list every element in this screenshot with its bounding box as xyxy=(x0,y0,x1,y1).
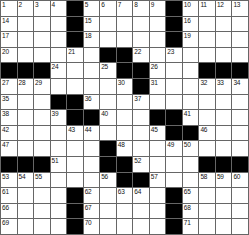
letter-cell[interactable]: 17 xyxy=(1,32,17,47)
black-cell xyxy=(166,126,182,141)
letter-cell[interactable]: 49 xyxy=(166,141,182,156)
letter-cell[interactable]: 29 xyxy=(34,79,50,94)
letter-cell[interactable]: 65 xyxy=(183,188,199,203)
clue-number: 42 xyxy=(2,126,9,133)
letter-cell[interactable] xyxy=(216,32,232,47)
black-cell xyxy=(117,63,133,78)
black-cell xyxy=(133,63,149,78)
letter-cell[interactable] xyxy=(51,32,67,47)
clue-number: 55 xyxy=(35,173,42,180)
letter-cell[interactable] xyxy=(133,110,149,125)
letter-cell[interactable]: 16 xyxy=(183,17,199,32)
letter-cell[interactable] xyxy=(84,141,100,156)
letter-cell[interactable] xyxy=(84,48,100,63)
letter-cell[interactable]: 24 xyxy=(51,63,67,78)
letter-cell[interactable]: 19 xyxy=(183,32,199,47)
letter-cell[interactable] xyxy=(199,32,215,47)
letter-cell[interactable] xyxy=(18,95,34,110)
black-cell xyxy=(133,79,149,94)
letter-cell[interactable] xyxy=(183,79,199,94)
letter-cell[interactable] xyxy=(100,219,116,234)
black-cell xyxy=(51,95,67,110)
letter-cell[interactable]: 61 xyxy=(1,188,17,203)
clue-number: 20 xyxy=(2,48,9,55)
letter-cell[interactable] xyxy=(34,110,50,125)
clue-number: 47 xyxy=(2,141,9,148)
letter-cell[interactable] xyxy=(199,204,215,219)
letter-cell[interactable] xyxy=(199,48,215,63)
letter-cell[interactable]: 30 xyxy=(117,79,133,94)
clue-number: 27 xyxy=(2,79,9,86)
crossword-board: 1234567891011121314151617181920212223242… xyxy=(0,0,249,235)
clue-number: 58 xyxy=(200,173,207,180)
letter-cell[interactable] xyxy=(117,95,133,110)
black-cell xyxy=(166,1,182,16)
letter-cell[interactable]: 67 xyxy=(84,204,100,219)
letter-cell[interactable]: 51 xyxy=(51,157,67,172)
black-cell xyxy=(166,110,182,125)
letter-cell[interactable]: 47 xyxy=(1,141,17,156)
letter-cell[interactable]: 62 xyxy=(84,188,100,203)
letter-cell[interactable] xyxy=(183,157,199,172)
letter-cell[interactable]: 69 xyxy=(1,219,17,234)
clue-number: 11 xyxy=(200,1,206,8)
black-cell xyxy=(67,219,83,234)
clue-number: 31 xyxy=(151,79,158,86)
letter-cell[interactable] xyxy=(34,95,50,110)
letter-cell[interactable]: 42 xyxy=(1,126,17,141)
black-cell xyxy=(100,48,116,63)
clue-number: 8 xyxy=(134,1,137,8)
clue-number: 36 xyxy=(85,95,92,102)
letter-cell[interactable] xyxy=(18,126,34,141)
letter-cell[interactable] xyxy=(100,126,116,141)
black-cell xyxy=(133,173,149,188)
letter-cell[interactable] xyxy=(199,188,215,203)
letter-cell[interactable]: 18 xyxy=(84,32,100,47)
letter-cell[interactable] xyxy=(150,95,166,110)
letter-cell[interactable] xyxy=(117,110,133,125)
letter-cell[interactable]: 36 xyxy=(84,95,100,110)
letter-cell[interactable]: 27 xyxy=(1,79,17,94)
letter-cell[interactable]: 4 xyxy=(51,1,67,16)
letter-cell[interactable] xyxy=(51,219,67,234)
black-cell xyxy=(166,17,182,32)
clue-number: 46 xyxy=(200,126,207,133)
clue-number: 16 xyxy=(184,17,191,24)
letter-cell[interactable]: 12 xyxy=(216,1,232,16)
letter-cell[interactable]: 11 xyxy=(199,1,215,16)
letter-cell[interactable]: 44 xyxy=(84,126,100,141)
clue-number: 9 xyxy=(151,1,154,8)
letter-cell[interactable]: 38 xyxy=(1,110,17,125)
letter-cell[interactable] xyxy=(199,141,215,156)
letter-cell[interactable]: 59 xyxy=(216,173,232,188)
letter-cell[interactable] xyxy=(84,63,100,78)
black-cell xyxy=(1,157,17,172)
letter-cell[interactable]: 22 xyxy=(133,48,149,63)
black-cell xyxy=(18,157,34,172)
letter-cell[interactable] xyxy=(216,17,232,32)
letter-cell[interactable] xyxy=(51,126,67,141)
letter-cell[interactable] xyxy=(18,219,34,234)
letter-cell[interactable]: 50 xyxy=(183,141,199,156)
letter-cell[interactable] xyxy=(166,95,182,110)
letter-cell[interactable] xyxy=(133,17,149,32)
clue-number: 39 xyxy=(52,110,59,117)
letter-cell[interactable] xyxy=(18,141,34,156)
letter-cell[interactable]: 66 xyxy=(1,204,17,219)
black-cell xyxy=(67,95,83,110)
letter-cell[interactable]: 55 xyxy=(34,173,50,188)
letter-cell[interactable] xyxy=(100,17,116,32)
letter-cell[interactable] xyxy=(18,110,34,125)
letter-cell[interactable] xyxy=(51,17,67,32)
clue-number: 28 xyxy=(19,79,26,86)
letter-cell[interactable]: 21 xyxy=(67,48,83,63)
clue-number: 6 xyxy=(101,1,104,8)
letter-cell[interactable]: 60 xyxy=(232,173,248,188)
clue-number: 5 xyxy=(85,1,88,8)
letter-cell[interactable]: 28 xyxy=(18,79,34,94)
letter-cell[interactable]: 32 xyxy=(199,79,215,94)
clue-number: 62 xyxy=(85,188,92,195)
clue-number: 69 xyxy=(2,219,9,226)
black-cell xyxy=(216,157,232,172)
letter-cell[interactable] xyxy=(67,141,83,156)
letter-cell[interactable] xyxy=(18,32,34,47)
letter-cell[interactable]: 20 xyxy=(1,48,17,63)
letter-cell[interactable]: 41 xyxy=(183,110,199,125)
letter-cell[interactable]: 39 xyxy=(51,110,67,125)
letter-cell[interactable] xyxy=(100,32,116,47)
letter-cell[interactable]: 7 xyxy=(117,1,133,16)
letter-cell[interactable]: 33 xyxy=(216,79,232,94)
letter-cell[interactable] xyxy=(232,32,248,47)
letter-cell[interactable] xyxy=(51,204,67,219)
letter-cell[interactable]: 52 xyxy=(133,157,149,172)
letter-cell[interactable]: 15 xyxy=(84,17,100,32)
letter-cell[interactable]: 26 xyxy=(150,63,166,78)
letter-cell[interactable] xyxy=(199,110,215,125)
letter-cell[interactable] xyxy=(166,63,182,78)
letter-cell[interactable] xyxy=(34,219,50,234)
letter-cell[interactable] xyxy=(100,188,116,203)
clue-number: 4 xyxy=(52,1,55,8)
letter-cell[interactable]: 2 xyxy=(18,1,34,16)
letter-cell[interactable] xyxy=(232,188,248,203)
letter-cell[interactable]: 58 xyxy=(199,173,215,188)
clue-number: 40 xyxy=(101,110,108,117)
letter-cell[interactable] xyxy=(232,204,248,219)
letter-cell[interactable]: 3 xyxy=(34,1,50,16)
clue-number: 51 xyxy=(52,157,59,164)
letter-cell[interactable] xyxy=(183,48,199,63)
clue-number: 13 xyxy=(233,1,240,8)
letter-cell[interactable]: 40 xyxy=(100,110,116,125)
letter-cell[interactable] xyxy=(216,48,232,63)
clue-number: 43 xyxy=(68,126,75,133)
letter-cell[interactable] xyxy=(34,141,50,156)
letter-cell[interactable] xyxy=(216,188,232,203)
clue-number: 15 xyxy=(85,17,92,24)
clue-number: 71 xyxy=(184,219,191,226)
clue-number: 19 xyxy=(184,32,191,39)
letter-cell[interactable] xyxy=(150,157,166,172)
letter-cell[interactable] xyxy=(117,219,133,234)
letter-cell[interactable]: 46 xyxy=(199,126,215,141)
letter-cell[interactable] xyxy=(84,157,100,172)
letter-cell[interactable] xyxy=(67,63,83,78)
letter-cell[interactable] xyxy=(216,141,232,156)
black-cell xyxy=(117,48,133,63)
clue-number: 33 xyxy=(217,79,224,86)
letter-cell[interactable] xyxy=(166,79,182,94)
letter-cell[interactable]: 25 xyxy=(100,63,116,78)
letter-cell[interactable] xyxy=(216,204,232,219)
clue-number: 25 xyxy=(101,63,108,70)
clue-number: 38 xyxy=(2,110,9,117)
letter-cell[interactable] xyxy=(84,173,100,188)
clue-number: 54 xyxy=(19,173,26,180)
letter-cell[interactable] xyxy=(150,48,166,63)
letter-cell[interactable]: 8 xyxy=(133,1,149,16)
letter-cell[interactable] xyxy=(51,48,67,63)
letter-cell[interactable]: 56 xyxy=(100,173,116,188)
letter-cell[interactable] xyxy=(150,32,166,47)
clue-number: 70 xyxy=(85,219,92,226)
clue-number: 26 xyxy=(151,63,158,70)
letter-cell[interactable] xyxy=(150,204,166,219)
clue-number: 35 xyxy=(2,95,9,102)
clue-number: 45 xyxy=(151,126,158,133)
clue-number: 50 xyxy=(184,141,191,148)
clue-number: 67 xyxy=(85,204,92,211)
letter-cell[interactable] xyxy=(117,32,133,47)
black-cell xyxy=(199,63,215,78)
letter-cell[interactable]: 48 xyxy=(117,141,133,156)
letter-cell[interactable] xyxy=(166,173,182,188)
letter-cell[interactable]: 9 xyxy=(150,1,166,16)
letter-cell[interactable] xyxy=(117,126,133,141)
black-cell xyxy=(67,110,83,125)
letter-cell[interactable] xyxy=(232,17,248,32)
letter-cell[interactable]: 71 xyxy=(183,219,199,234)
clue-number: 52 xyxy=(134,157,141,164)
clue-number: 29 xyxy=(35,79,42,86)
letter-cell[interactable] xyxy=(133,141,149,156)
black-cell xyxy=(232,63,248,78)
clue-number: 53 xyxy=(2,173,9,180)
letter-cell[interactable]: 53 xyxy=(1,173,17,188)
letter-cell[interactable]: 68 xyxy=(183,204,199,219)
black-cell xyxy=(166,32,182,47)
letter-cell[interactable] xyxy=(232,126,248,141)
black-cell xyxy=(216,63,232,78)
letter-cell[interactable] xyxy=(67,79,83,94)
letter-cell[interactable] xyxy=(166,157,182,172)
black-cell xyxy=(84,110,100,125)
letter-cell[interactable] xyxy=(34,17,50,32)
letter-cell[interactable]: 37 xyxy=(133,95,149,110)
letter-cell[interactable] xyxy=(117,17,133,32)
clue-number: 66 xyxy=(2,204,9,211)
letter-cell[interactable] xyxy=(216,110,232,125)
black-cell xyxy=(183,126,199,141)
letter-cell[interactable] xyxy=(117,204,133,219)
clue-number: 57 xyxy=(151,173,158,180)
letter-cell[interactable] xyxy=(34,32,50,47)
clue-number: 32 xyxy=(200,79,207,86)
letter-cell[interactable] xyxy=(34,48,50,63)
letter-cell[interactable] xyxy=(216,95,232,110)
clue-number: 21 xyxy=(68,48,75,55)
clue-number: 63 xyxy=(118,188,125,195)
letter-cell[interactable] xyxy=(18,204,34,219)
black-cell xyxy=(67,1,83,16)
letter-cell[interactable] xyxy=(216,219,232,234)
letter-cell[interactable] xyxy=(232,95,248,110)
letter-cell[interactable] xyxy=(84,79,100,94)
letter-cell[interactable] xyxy=(150,141,166,156)
clue-number: 41 xyxy=(184,110,191,117)
clue-number: 44 xyxy=(85,126,92,133)
clue-number: 34 xyxy=(233,79,240,86)
black-cell xyxy=(67,32,83,47)
letter-cell[interactable] xyxy=(232,141,248,156)
black-cell xyxy=(150,110,166,125)
letter-cell[interactable] xyxy=(34,126,50,141)
clue-number: 24 xyxy=(52,63,59,70)
clue-number: 3 xyxy=(35,1,38,8)
black-cell xyxy=(166,204,182,219)
black-cell xyxy=(117,157,133,172)
clue-number: 65 xyxy=(184,188,191,195)
clue-number: 1 xyxy=(2,1,5,8)
letter-cell[interactable]: 70 xyxy=(84,219,100,234)
letter-cell[interactable]: 31 xyxy=(150,79,166,94)
letter-cell[interactable] xyxy=(199,17,215,32)
clue-number: 64 xyxy=(134,188,141,195)
black-cell xyxy=(199,157,215,172)
crossword-grid: 1234567891011121314151617181920212223242… xyxy=(0,0,249,235)
black-cell xyxy=(34,157,50,172)
black-cell xyxy=(67,204,83,219)
letter-cell[interactable]: 45 xyxy=(150,126,166,141)
letter-cell[interactable]: 64 xyxy=(133,188,149,203)
letter-cell[interactable]: 14 xyxy=(1,17,17,32)
black-cell xyxy=(166,219,182,234)
clue-number: 48 xyxy=(118,141,125,148)
letter-cell[interactable] xyxy=(100,204,116,219)
letter-cell[interactable]: 54 xyxy=(18,173,34,188)
letter-cell[interactable] xyxy=(67,157,83,172)
letter-cell[interactable] xyxy=(150,17,166,32)
letter-cell[interactable]: 34 xyxy=(232,79,248,94)
letter-cell[interactable] xyxy=(183,173,199,188)
clue-number: 59 xyxy=(217,173,224,180)
clue-number: 37 xyxy=(134,95,141,102)
black-cell xyxy=(1,63,17,78)
black-cell xyxy=(117,173,133,188)
black-cell xyxy=(166,188,182,203)
clue-number: 60 xyxy=(233,173,240,180)
clue-number: 22 xyxy=(134,48,141,55)
letter-cell[interactable] xyxy=(183,63,199,78)
clue-number: 10 xyxy=(184,1,191,8)
letter-cell[interactable]: 5 xyxy=(84,1,100,16)
letter-cell[interactable]: 35 xyxy=(1,95,17,110)
letter-cell[interactable]: 6 xyxy=(100,1,116,16)
letter-cell[interactable] xyxy=(133,204,149,219)
letter-cell[interactable]: 57 xyxy=(150,173,166,188)
letter-cell[interactable] xyxy=(51,79,67,94)
letter-cell[interactable]: 23 xyxy=(166,48,182,63)
clue-number: 68 xyxy=(184,204,191,211)
letter-cell[interactable] xyxy=(183,95,199,110)
clue-number: 30 xyxy=(118,79,125,86)
black-cell xyxy=(100,157,116,172)
letter-cell[interactable] xyxy=(100,95,116,110)
letter-cell[interactable] xyxy=(18,188,34,203)
letter-cell[interactable] xyxy=(216,126,232,141)
letter-cell[interactable] xyxy=(133,126,149,141)
letter-cell[interactable] xyxy=(133,219,149,234)
letter-cell[interactable] xyxy=(133,32,149,47)
letter-cell[interactable] xyxy=(232,219,248,234)
black-cell xyxy=(67,188,83,203)
letter-cell[interactable] xyxy=(51,141,67,156)
black-cell xyxy=(18,63,34,78)
black-cell xyxy=(34,63,50,78)
letter-cell[interactable] xyxy=(232,48,248,63)
black-cell xyxy=(232,157,248,172)
black-cell xyxy=(67,17,83,32)
letter-cell[interactable]: 10 xyxy=(183,1,199,16)
clue-number: 12 xyxy=(217,1,224,8)
letter-cell[interactable] xyxy=(51,188,67,203)
letter-cell[interactable] xyxy=(34,204,50,219)
letter-cell[interactable]: 1 xyxy=(1,1,17,16)
clue-number: 61 xyxy=(2,188,9,195)
letter-cell[interactable]: 43 xyxy=(67,126,83,141)
letter-cell[interactable] xyxy=(232,110,248,125)
letter-cell[interactable] xyxy=(18,17,34,32)
clue-number: 49 xyxy=(167,141,174,148)
clue-number: 23 xyxy=(167,48,174,55)
clue-number: 14 xyxy=(2,17,9,24)
letter-cell[interactable] xyxy=(18,48,34,63)
clue-number: 56 xyxy=(101,173,108,180)
letter-cell[interactable] xyxy=(67,173,83,188)
letter-cell[interactable] xyxy=(199,219,215,234)
letter-cell[interactable] xyxy=(150,188,166,203)
clue-number: 17 xyxy=(2,32,9,39)
clue-number: 2 xyxy=(19,1,22,8)
letter-cell[interactable] xyxy=(51,173,67,188)
letter-cell[interactable] xyxy=(150,219,166,234)
black-cell xyxy=(100,141,116,156)
letter-cell[interactable] xyxy=(199,95,215,110)
letter-cell[interactable]: 63 xyxy=(117,188,133,203)
letter-cell[interactable] xyxy=(34,188,50,203)
clue-number: 18 xyxy=(85,32,92,39)
letter-cell[interactable] xyxy=(100,79,116,94)
clue-number: 7 xyxy=(118,1,121,8)
letter-cell[interactable]: 13 xyxy=(232,1,248,16)
